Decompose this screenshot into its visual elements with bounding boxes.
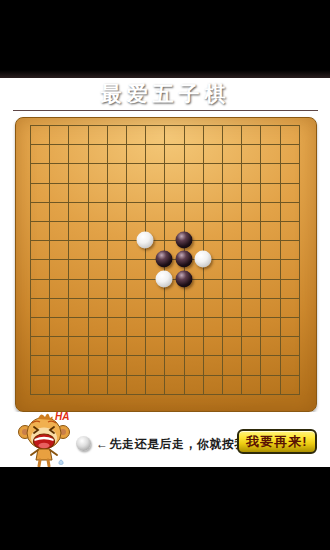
stone-white [156, 270, 173, 287]
left-arrow-icon: ← [96, 437, 109, 451]
grid-line-v [299, 125, 300, 395]
game-board[interactable] [15, 117, 317, 412]
status-bar [0, 0, 330, 70]
app-screen: 最爱五子棋 [0, 0, 330, 550]
play-again-button[interactable]: 我要再来! [237, 429, 317, 454]
bottom-bar: HA ←先走还是后走，你就按我 我要再来! [0, 412, 330, 467]
grid-line-v [222, 125, 223, 395]
grid-line-h [30, 355, 300, 356]
stone-white [137, 232, 154, 249]
stone-black [175, 251, 192, 268]
grid-line-v [280, 125, 281, 395]
grid-line-h [30, 317, 300, 318]
play-again-label: 我要再来! [246, 433, 307, 451]
stone-color-chooser-button[interactable] [76, 436, 91, 451]
stone-black [175, 270, 192, 287]
mascot-ha-label: HA [55, 411, 69, 422]
prompt-text: ←先走还是后走，你就按我 [96, 436, 238, 453]
grid-line-h [30, 394, 300, 395]
stone-black [175, 232, 192, 249]
app-title: 最爱五子棋 [101, 80, 231, 108]
prompt-label: 先走还是后走，你就按我 [110, 437, 248, 451]
stone-black [156, 251, 173, 268]
grid-line-h [30, 375, 300, 376]
title-banner-top-strip [0, 70, 330, 78]
grid-line-h [30, 336, 300, 337]
stone-white [194, 251, 211, 268]
grid-line-v [260, 125, 261, 395]
grid-line-h [30, 298, 300, 299]
title-banner: 最爱五子棋 [13, 78, 318, 111]
footer-black-bar [0, 467, 330, 550]
grid-line-v [241, 125, 242, 395]
